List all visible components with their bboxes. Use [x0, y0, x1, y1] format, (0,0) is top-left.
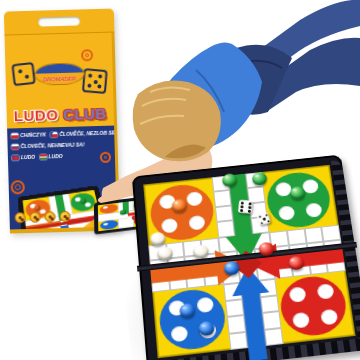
main-board [140, 157, 358, 360]
die-icon [82, 68, 108, 94]
yellow-badge-icon [44, 211, 55, 222]
boy-jeans-leg [254, 38, 360, 112]
yellow-badge-icon [59, 211, 70, 222]
boy-shirt-fold [180, 70, 224, 130]
title-word-club: CLUB [63, 105, 107, 123]
blue-arrow [229, 264, 277, 360]
die-icon [11, 62, 35, 86]
product-photo: DROMADER LUDO CLUB CHIŃCZYK ČLOVĚČE, NEZ… [0, 0, 360, 360]
box-title: LUDO CLUB [7, 105, 114, 125]
boy-hair [133, 81, 221, 162]
slovakia-flag-icon [12, 144, 19, 149]
uk-flag-icon [12, 155, 19, 160]
yellow-badge-icon [29, 212, 40, 223]
boy-jeans-leg [248, 0, 360, 86]
hang-slot [38, 16, 80, 26]
brand-name: DROMADER [43, 75, 76, 85]
boy-hair-strands [140, 87, 190, 124]
hang-tab [4, 9, 115, 36]
czechia-flag-icon [50, 132, 57, 137]
spiral-decoration [11, 180, 25, 194]
boy-jeans-seam [246, 61, 282, 68]
die [238, 200, 253, 214]
brand-logo: DROMADER [35, 63, 84, 84]
boy-jeans-hip [228, 45, 292, 115]
flag-icon [39, 154, 46, 159]
poland-flag-icon [11, 133, 18, 138]
title-word-ludo: LUDO [14, 106, 59, 124]
boy-shirt [161, 42, 262, 148]
spiral-decoration [100, 152, 111, 163]
feature-badges [14, 211, 70, 224]
board-face [143, 165, 355, 358]
yellow-badge-icon [14, 212, 25, 223]
spiral-decoration [81, 49, 93, 61]
